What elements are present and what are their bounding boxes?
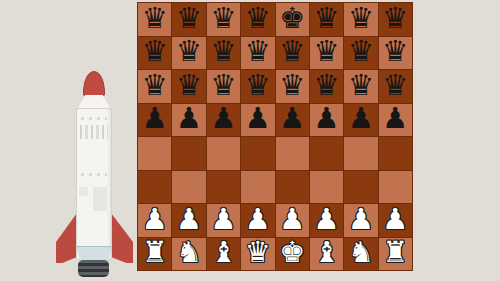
- piece-black-queen[interactable]: ♛: [210, 71, 236, 100]
- square-a1[interactable]: ♜: [138, 238, 171, 271]
- rocket-nose-cone: [83, 71, 105, 97]
- square-e5[interactable]: ♟: [276, 104, 309, 137]
- square-g3[interactable]: [344, 171, 377, 204]
- square-f6[interactable]: ♛: [310, 70, 343, 103]
- app-window: ♛♛♛♛♚♛♛♛♛♛♛♛♛♛♛♛♛♛♛♛♛♛♛♛♟♟♟♟♟♟♟♟♟♟♟♟♟♟♟♟…: [0, 0, 500, 281]
- piece-white-rook[interactable]: ♜: [382, 238, 408, 267]
- square-b1[interactable]: ♞: [172, 238, 205, 271]
- square-f7[interactable]: ♛: [310, 37, 343, 70]
- piece-black-queen[interactable]: ♛: [210, 37, 236, 66]
- square-g1[interactable]: ♞: [344, 238, 377, 271]
- square-b5[interactable]: ♟: [172, 104, 205, 137]
- square-c6[interactable]: ♛: [207, 70, 240, 103]
- piece-white-queen[interactable]: ♛: [245, 238, 271, 267]
- square-e2[interactable]: ♟: [276, 204, 309, 237]
- square-e3[interactable]: [276, 171, 309, 204]
- piece-white-pawn[interactable]: ♟: [142, 205, 168, 234]
- square-f8[interactable]: ♛: [310, 3, 343, 36]
- square-b3[interactable]: [172, 171, 205, 204]
- square-h5[interactable]: ♟: [379, 104, 412, 137]
- square-f3[interactable]: [310, 171, 343, 204]
- square-d6[interactable]: ♛: [241, 70, 274, 103]
- square-c1[interactable]: ♝: [207, 238, 240, 271]
- rocket-fin-left: [56, 213, 77, 263]
- rocket-marking-dashes-top: [81, 117, 107, 120]
- piece-black-queen[interactable]: ♛: [210, 4, 236, 33]
- square-g4[interactable]: [344, 137, 377, 170]
- piece-white-pawn[interactable]: ♟: [210, 205, 236, 234]
- piece-white-king[interactable]: ♚: [279, 238, 305, 267]
- square-b4[interactable]: [172, 137, 205, 170]
- piece-black-queen[interactable]: ♛: [314, 71, 340, 100]
- rocket-marking-barcode: [80, 125, 108, 139]
- square-h4[interactable]: [379, 137, 412, 170]
- rocket-marking-patch-left: [79, 187, 88, 196]
- piece-white-pawn[interactable]: ♟: [279, 205, 305, 234]
- square-d1[interactable]: ♛: [241, 238, 274, 271]
- piece-black-pawn[interactable]: ♟: [314, 104, 340, 133]
- piece-white-pawn[interactable]: ♟: [348, 205, 374, 234]
- square-c2[interactable]: ♟: [207, 204, 240, 237]
- square-h7[interactable]: ♛: [379, 37, 412, 70]
- square-g8[interactable]: ♛: [344, 3, 377, 36]
- square-b6[interactable]: ♛: [172, 70, 205, 103]
- piece-white-knight[interactable]: ♞: [348, 238, 374, 267]
- piece-black-queen[interactable]: ♛: [348, 71, 374, 100]
- square-a8[interactable]: ♛: [138, 3, 171, 36]
- square-g7[interactable]: ♛: [344, 37, 377, 70]
- piece-black-king[interactable]: ♚: [279, 4, 305, 33]
- square-g6[interactable]: ♛: [344, 70, 377, 103]
- piece-black-queen[interactable]: ♛: [348, 37, 374, 66]
- piece-black-queen[interactable]: ♛: [382, 4, 408, 33]
- rocket-engine-nozzle: [78, 260, 109, 277]
- square-g5[interactable]: ♟: [344, 104, 377, 137]
- square-h2[interactable]: ♟: [379, 204, 412, 237]
- square-c7[interactable]: ♛: [207, 37, 240, 70]
- square-h1[interactable]: ♜: [379, 238, 412, 271]
- square-g2[interactable]: ♟: [344, 204, 377, 237]
- piece-black-queen[interactable]: ♛: [382, 71, 408, 100]
- piece-black-pawn[interactable]: ♟: [382, 104, 408, 133]
- piece-white-knight[interactable]: ♞: [176, 238, 202, 267]
- square-a7[interactable]: ♛: [138, 37, 171, 70]
- square-e7[interactable]: ♛: [276, 37, 309, 70]
- square-f4[interactable]: [310, 137, 343, 170]
- piece-black-queen[interactable]: ♛: [176, 4, 202, 33]
- chess-board[interactable]: ♛♛♛♛♚♛♛♛♛♛♛♛♛♛♛♛♛♛♛♛♛♛♛♛♟♟♟♟♟♟♟♟♟♟♟♟♟♟♟♟…: [137, 2, 413, 271]
- piece-white-pawn[interactable]: ♟: [314, 205, 340, 234]
- square-c5[interactable]: ♟: [207, 104, 240, 137]
- rocket-fin-right: [111, 213, 133, 263]
- square-f1[interactable]: ♝: [310, 238, 343, 271]
- square-a2[interactable]: ♟: [138, 204, 171, 237]
- piece-black-queen[interactable]: ♛: [142, 4, 168, 33]
- square-e1[interactable]: ♚: [276, 238, 309, 271]
- piece-black-queen[interactable]: ♛: [279, 71, 305, 100]
- piece-black-pawn[interactable]: ♟: [142, 104, 168, 133]
- square-e4[interactable]: [276, 137, 309, 170]
- piece-black-queen[interactable]: ♛: [245, 4, 271, 33]
- piece-white-bishop[interactable]: ♝: [314, 238, 340, 267]
- square-d2[interactable]: ♟: [241, 204, 274, 237]
- square-h6[interactable]: ♛: [379, 70, 412, 103]
- piece-black-queen[interactable]: ♛: [382, 37, 408, 66]
- piece-black-queen[interactable]: ♛: [176, 37, 202, 66]
- rocket-marking-patch-right: [93, 187, 107, 211]
- piece-black-queen[interactable]: ♛: [142, 71, 168, 100]
- square-e6[interactable]: ♛: [276, 70, 309, 103]
- square-e8[interactable]: ♚: [276, 3, 309, 36]
- piece-black-queen[interactable]: ♛: [176, 71, 202, 100]
- rocket-body: [76, 108, 112, 260]
- piece-white-rook[interactable]: ♜: [142, 238, 168, 267]
- piece-white-pawn[interactable]: ♟: [176, 205, 202, 234]
- piece-white-pawn[interactable]: ♟: [245, 205, 271, 234]
- piece-black-pawn[interactable]: ♟: [245, 104, 271, 133]
- square-d7[interactable]: ♛: [241, 37, 274, 70]
- square-c8[interactable]: ♛: [207, 3, 240, 36]
- rocket-marking-dashes-middle: [81, 173, 107, 176]
- square-a6[interactable]: ♛: [138, 70, 171, 103]
- rocket-illustration: [55, 70, 135, 280]
- square-f2[interactable]: ♟: [310, 204, 343, 237]
- square-a5[interactable]: ♟: [138, 104, 171, 137]
- square-d4[interactable]: [241, 137, 274, 170]
- piece-white-pawn[interactable]: ♟: [382, 205, 408, 234]
- square-c4[interactable]: [207, 137, 240, 170]
- square-d5[interactable]: ♟: [241, 104, 274, 137]
- piece-black-pawn[interactable]: ♟: [176, 104, 202, 133]
- piece-black-pawn[interactable]: ♟: [210, 104, 236, 133]
- piece-black-queen[interactable]: ♛: [142, 37, 168, 66]
- piece-white-bishop[interactable]: ♝: [210, 238, 236, 267]
- square-b8[interactable]: ♛: [172, 3, 205, 36]
- piece-black-queen[interactable]: ♛: [245, 71, 271, 100]
- piece-black-queen[interactable]: ♛: [314, 4, 340, 33]
- square-a3[interactable]: [138, 171, 171, 204]
- piece-black-queen[interactable]: ♛: [348, 4, 374, 33]
- square-h8[interactable]: ♛: [379, 3, 412, 36]
- square-h3[interactable]: [379, 171, 412, 204]
- square-d8[interactable]: ♛: [241, 3, 274, 36]
- piece-black-queen[interactable]: ♛: [314, 37, 340, 66]
- square-b7[interactable]: ♛: [172, 37, 205, 70]
- square-a4[interactable]: [138, 137, 171, 170]
- square-c3[interactable]: [207, 171, 240, 204]
- square-b2[interactable]: ♟: [172, 204, 205, 237]
- square-f5[interactable]: ♟: [310, 104, 343, 137]
- piece-black-queen[interactable]: ♛: [279, 37, 305, 66]
- square-d3[interactable]: [241, 171, 274, 204]
- piece-black-queen[interactable]: ♛: [245, 37, 271, 66]
- piece-black-pawn[interactable]: ♟: [348, 104, 374, 133]
- piece-black-pawn[interactable]: ♟: [279, 104, 305, 133]
